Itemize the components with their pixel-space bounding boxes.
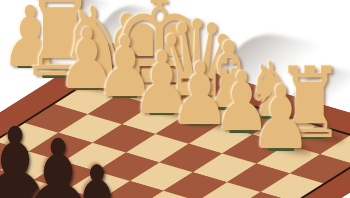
black-pawn-glyph: ♟ <box>58 151 136 198</box>
white-pawn-glyph: ♟ <box>250 74 312 162</box>
white-pawn-b2[interactable]: ♟ <box>242 74 321 151</box>
chess-set-photo: Boxwood chess pieces arranged in the ope… <box>0 0 350 198</box>
black-pawn-foreground-3[interactable]: ♟ <box>47 151 147 198</box>
